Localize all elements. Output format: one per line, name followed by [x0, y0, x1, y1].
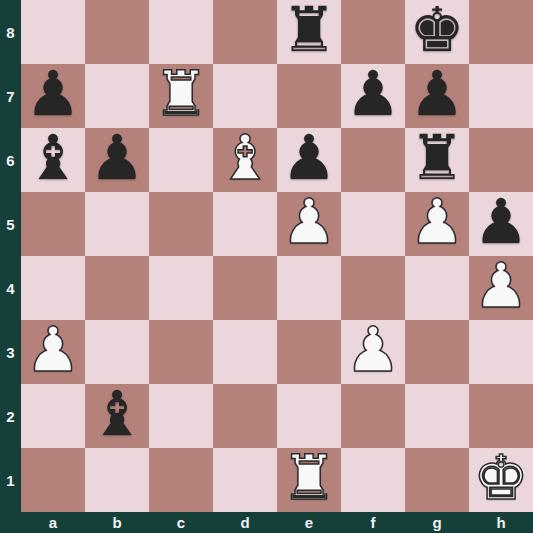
- file-label-a: a: [21, 512, 85, 533]
- file-label-g: g: [405, 512, 469, 533]
- square-e1[interactable]: ♜: [277, 448, 341, 512]
- square-b3[interactable]: [85, 320, 149, 384]
- square-f3[interactable]: ♟: [341, 320, 405, 384]
- square-a5[interactable]: [21, 192, 85, 256]
- file-label-c: c: [149, 512, 213, 533]
- piece-white-rook[interactable]: ♜: [281, 446, 337, 510]
- square-c2[interactable]: [149, 384, 213, 448]
- square-f7[interactable]: ♟: [341, 64, 405, 128]
- square-a7[interactable]: ♟: [21, 64, 85, 128]
- square-e5[interactable]: ♟: [277, 192, 341, 256]
- square-b2[interactable]: ♝: [85, 384, 149, 448]
- file-label-f: f: [341, 512, 405, 533]
- rank-label-2: 2: [0, 384, 21, 448]
- square-d3[interactable]: [213, 320, 277, 384]
- square-c4[interactable]: [149, 256, 213, 320]
- file-label-e: e: [277, 512, 341, 533]
- piece-black-rook[interactable]: ♜: [281, 0, 337, 62]
- rank-label-5: 5: [0, 192, 21, 256]
- square-e4[interactable]: [277, 256, 341, 320]
- square-d8[interactable]: [213, 0, 277, 64]
- square-e7[interactable]: [277, 64, 341, 128]
- square-d6[interactable]: ♝: [213, 128, 277, 192]
- rank-label-8: 8: [0, 0, 21, 64]
- piece-black-rook[interactable]: ♜: [409, 126, 465, 190]
- square-e6[interactable]: ♟: [277, 128, 341, 192]
- square-h8[interactable]: [469, 0, 533, 64]
- piece-white-pawn[interactable]: ♟: [473, 254, 529, 318]
- square-h3[interactable]: [469, 320, 533, 384]
- piece-black-pawn[interactable]: ♟: [473, 190, 529, 254]
- square-e2[interactable]: [277, 384, 341, 448]
- square-b6[interactable]: ♟: [85, 128, 149, 192]
- square-g2[interactable]: [405, 384, 469, 448]
- square-g1[interactable]: [405, 448, 469, 512]
- rank-label-3: 3: [0, 320, 21, 384]
- square-a6[interactable]: ♝: [21, 128, 85, 192]
- square-g7[interactable]: ♟: [405, 64, 469, 128]
- square-g6[interactable]: ♜: [405, 128, 469, 192]
- square-a3[interactable]: ♟: [21, 320, 85, 384]
- piece-white-pawn[interactable]: ♟: [409, 190, 465, 254]
- file-label-d: d: [213, 512, 277, 533]
- piece-white-pawn[interactable]: ♟: [345, 318, 401, 382]
- square-d1[interactable]: [213, 448, 277, 512]
- rank-label-6: 6: [0, 128, 21, 192]
- square-a2[interactable]: [21, 384, 85, 448]
- piece-white-pawn[interactable]: ♟: [25, 318, 81, 382]
- square-c5[interactable]: [149, 192, 213, 256]
- file-label-b: b: [85, 512, 149, 533]
- square-d5[interactable]: [213, 192, 277, 256]
- square-b4[interactable]: [85, 256, 149, 320]
- piece-white-pawn[interactable]: ♟: [281, 190, 337, 254]
- piece-black-bishop[interactable]: ♝: [25, 126, 81, 190]
- square-c7[interactable]: ♜: [149, 64, 213, 128]
- rank-label-7: 7: [0, 64, 21, 128]
- square-e3[interactable]: [277, 320, 341, 384]
- piece-black-bishop[interactable]: ♝: [89, 382, 145, 446]
- piece-white-king[interactable]: ♚: [473, 446, 529, 510]
- square-g4[interactable]: [405, 256, 469, 320]
- rank-label-4: 4: [0, 256, 21, 320]
- square-c1[interactable]: [149, 448, 213, 512]
- square-d4[interactable]: [213, 256, 277, 320]
- square-b1[interactable]: [85, 448, 149, 512]
- file-label-h: h: [469, 512, 533, 533]
- piece-white-bishop[interactable]: ♝: [217, 126, 273, 190]
- square-c8[interactable]: [149, 0, 213, 64]
- square-f1[interactable]: [341, 448, 405, 512]
- square-g5[interactable]: ♟: [405, 192, 469, 256]
- square-b7[interactable]: [85, 64, 149, 128]
- square-f6[interactable]: [341, 128, 405, 192]
- square-h5[interactable]: ♟: [469, 192, 533, 256]
- square-a1[interactable]: [21, 448, 85, 512]
- piece-black-pawn[interactable]: ♟: [25, 62, 81, 126]
- square-a8[interactable]: [21, 0, 85, 64]
- square-c6[interactable]: [149, 128, 213, 192]
- square-h4[interactable]: ♟: [469, 256, 533, 320]
- square-g8[interactable]: ♚: [405, 0, 469, 64]
- square-d2[interactable]: [213, 384, 277, 448]
- piece-black-pawn[interactable]: ♟: [281, 126, 337, 190]
- square-d7[interactable]: [213, 64, 277, 128]
- square-g3[interactable]: [405, 320, 469, 384]
- chess-board: 8♜♚7♟♜♟♟6♝♟♝♟♜5♟♟♟4♟3♟♟2♝1♜♚abcdefgh: [0, 0, 533, 533]
- square-f2[interactable]: [341, 384, 405, 448]
- square-h1[interactable]: ♚: [469, 448, 533, 512]
- piece-black-king[interactable]: ♚: [409, 0, 465, 62]
- square-c3[interactable]: [149, 320, 213, 384]
- piece-black-pawn[interactable]: ♟: [89, 126, 145, 190]
- square-h6[interactable]: [469, 128, 533, 192]
- square-b8[interactable]: [85, 0, 149, 64]
- board-corner: [0, 512, 21, 533]
- square-e8[interactable]: ♜: [277, 0, 341, 64]
- square-f5[interactable]: [341, 192, 405, 256]
- square-a4[interactable]: [21, 256, 85, 320]
- piece-white-rook[interactable]: ♜: [153, 62, 209, 126]
- square-h2[interactable]: [469, 384, 533, 448]
- rank-label-1: 1: [0, 448, 21, 512]
- square-f8[interactable]: [341, 0, 405, 64]
- piece-black-pawn[interactable]: ♟: [409, 62, 465, 126]
- square-f4[interactable]: [341, 256, 405, 320]
- square-b5[interactable]: [85, 192, 149, 256]
- square-h7[interactable]: [469, 64, 533, 128]
- piece-black-pawn[interactable]: ♟: [345, 62, 401, 126]
